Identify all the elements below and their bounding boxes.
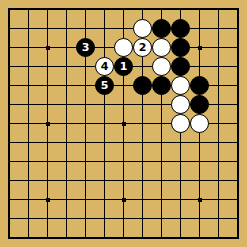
intersection-5-1[interactable] bbox=[95, 19, 114, 38]
intersection-1-10[interactable] bbox=[19, 190, 38, 209]
intersection-4-11[interactable] bbox=[76, 209, 95, 228]
intersection-12-12[interactable] bbox=[228, 228, 247, 247]
intersection-8-11[interactable] bbox=[152, 209, 171, 228]
star-point bbox=[46, 122, 50, 126]
intersection-11-3[interactable] bbox=[209, 57, 228, 76]
intersection-1-9[interactable] bbox=[19, 171, 38, 190]
intersection-1-6[interactable] bbox=[19, 114, 38, 133]
intersection-12-7[interactable] bbox=[228, 133, 247, 152]
intersection-1-4[interactable] bbox=[19, 76, 38, 95]
intersection-6-8[interactable] bbox=[114, 152, 133, 171]
intersection-9-2[interactable] bbox=[171, 38, 190, 57]
intersection-2-2[interactable] bbox=[38, 38, 57, 57]
black-stone bbox=[171, 19, 190, 38]
intersection-2-7[interactable] bbox=[38, 133, 57, 152]
white-stone bbox=[152, 57, 171, 76]
intersection-5-4[interactable]: 5 bbox=[95, 76, 114, 95]
white-stone bbox=[190, 114, 209, 133]
intersection-2-4[interactable] bbox=[38, 76, 57, 95]
intersection-9-10[interactable] bbox=[171, 190, 190, 209]
intersection-9-8[interactable] bbox=[171, 152, 190, 171]
intersection-5-6[interactable] bbox=[95, 114, 114, 133]
intersection-12-0[interactable] bbox=[228, 0, 247, 19]
intersection-9-11[interactable] bbox=[171, 209, 190, 228]
intersection-5-10[interactable] bbox=[95, 190, 114, 209]
intersection-12-2[interactable] bbox=[228, 38, 247, 57]
intersection-0-6[interactable] bbox=[0, 114, 19, 133]
intersection-6-3[interactable]: 1 bbox=[114, 57, 133, 76]
intersection-6-9[interactable] bbox=[114, 171, 133, 190]
intersection-11-9[interactable] bbox=[209, 171, 228, 190]
move-number-label: 5 bbox=[101, 80, 109, 91]
intersection-6-4[interactable] bbox=[114, 76, 133, 95]
intersection-1-3[interactable] bbox=[19, 57, 38, 76]
intersection-7-10[interactable] bbox=[133, 190, 152, 209]
white-stone: 2 bbox=[133, 38, 152, 57]
intersection-4-5[interactable] bbox=[76, 95, 95, 114]
intersection-9-9[interactable] bbox=[171, 171, 190, 190]
intersection-4-10[interactable] bbox=[76, 190, 95, 209]
intersection-1-5[interactable] bbox=[19, 95, 38, 114]
intersection-6-2[interactable] bbox=[114, 38, 133, 57]
black-stone bbox=[190, 95, 209, 114]
intersection-10-11[interactable] bbox=[190, 209, 209, 228]
intersection-1-11[interactable] bbox=[19, 209, 38, 228]
intersection-5-2[interactable] bbox=[95, 38, 114, 57]
intersection-5-5[interactable] bbox=[95, 95, 114, 114]
white-stone bbox=[171, 95, 190, 114]
intersection-6-0[interactable] bbox=[114, 0, 133, 19]
intersection-0-3[interactable] bbox=[0, 57, 19, 76]
intersection-10-5[interactable] bbox=[190, 95, 209, 114]
intersection-3-7[interactable] bbox=[57, 133, 76, 152]
intersection-4-4[interactable] bbox=[76, 76, 95, 95]
black-stone: 5 bbox=[95, 76, 114, 95]
white-stone bbox=[114, 38, 133, 57]
intersection-0-2[interactable] bbox=[0, 38, 19, 57]
intersection-10-6[interactable] bbox=[190, 114, 209, 133]
move-number-label: 4 bbox=[101, 61, 109, 72]
intersection-0-5[interactable] bbox=[0, 95, 19, 114]
black-stone: 1 bbox=[114, 57, 133, 76]
intersection-7-6[interactable] bbox=[133, 114, 152, 133]
intersection-1-7[interactable] bbox=[19, 133, 38, 152]
intersection-4-2[interactable]: 3 bbox=[76, 38, 95, 57]
intersection-10-1[interactable] bbox=[190, 19, 209, 38]
white-stone bbox=[133, 19, 152, 38]
intersection-4-7[interactable] bbox=[76, 133, 95, 152]
intersection-5-8[interactable] bbox=[95, 152, 114, 171]
intersection-7-1[interactable] bbox=[133, 19, 152, 38]
intersection-7-9[interactable] bbox=[133, 171, 152, 190]
intersection-3-9[interactable] bbox=[57, 171, 76, 190]
intersection-2-1[interactable] bbox=[38, 19, 57, 38]
star-point bbox=[122, 198, 126, 202]
intersection-0-8[interactable] bbox=[0, 152, 19, 171]
intersection-0-0[interactable] bbox=[0, 0, 19, 19]
intersection-3-4[interactable] bbox=[57, 76, 76, 95]
intersection-5-3[interactable]: 4 bbox=[95, 57, 114, 76]
intersection-7-3[interactable] bbox=[133, 57, 152, 76]
move-number-label: 2 bbox=[139, 42, 147, 53]
intersection-2-3[interactable] bbox=[38, 57, 57, 76]
intersection-9-1[interactable] bbox=[171, 19, 190, 38]
intersection-11-0[interactable] bbox=[209, 0, 228, 19]
intersection-6-5[interactable] bbox=[114, 95, 133, 114]
intersection-12-4[interactable] bbox=[228, 76, 247, 95]
intersection-10-10[interactable] bbox=[190, 190, 209, 209]
intersection-8-9[interactable] bbox=[152, 171, 171, 190]
intersection-0-4[interactable] bbox=[0, 76, 19, 95]
intersection-0-1[interactable] bbox=[0, 19, 19, 38]
intersection-5-11[interactable] bbox=[95, 209, 114, 228]
intersection-5-9[interactable] bbox=[95, 171, 114, 190]
go-diagram: 32415 bbox=[0, 0, 247, 247]
intersection-10-8[interactable] bbox=[190, 152, 209, 171]
intersection-8-12[interactable] bbox=[152, 228, 171, 247]
intersection-11-6[interactable] bbox=[209, 114, 228, 133]
move-number-label: 3 bbox=[82, 42, 90, 53]
intersection-8-7[interactable] bbox=[152, 133, 171, 152]
intersection-10-12[interactable] bbox=[190, 228, 209, 247]
intersection-8-6[interactable] bbox=[152, 114, 171, 133]
intersection-12-9[interactable] bbox=[228, 171, 247, 190]
intersection-2-0[interactable] bbox=[38, 0, 57, 19]
intersection-11-7[interactable] bbox=[209, 133, 228, 152]
intersection-9-7[interactable] bbox=[171, 133, 190, 152]
intersection-8-3[interactable] bbox=[152, 57, 171, 76]
intersection-1-1[interactable] bbox=[19, 19, 38, 38]
intersection-7-0[interactable] bbox=[133, 0, 152, 19]
intersection-0-12[interactable] bbox=[0, 228, 19, 247]
intersection-6-1[interactable] bbox=[114, 19, 133, 38]
intersection-12-11[interactable] bbox=[228, 209, 247, 228]
intersection-0-7[interactable] bbox=[0, 133, 19, 152]
intersection-7-8[interactable] bbox=[133, 152, 152, 171]
intersection-12-10[interactable] bbox=[228, 190, 247, 209]
intersection-8-4[interactable] bbox=[152, 76, 171, 95]
intersection-8-2[interactable] bbox=[152, 38, 171, 57]
intersection-7-7[interactable] bbox=[133, 133, 152, 152]
intersection-2-5[interactable] bbox=[38, 95, 57, 114]
intersection-3-10[interactable] bbox=[57, 190, 76, 209]
intersection-9-6[interactable] bbox=[171, 114, 190, 133]
intersection-0-9[interactable] bbox=[0, 171, 19, 190]
intersection-11-2[interactable] bbox=[209, 38, 228, 57]
black-stone bbox=[171, 57, 190, 76]
intersection-11-4[interactable] bbox=[209, 76, 228, 95]
intersection-7-11[interactable] bbox=[133, 209, 152, 228]
white-stone bbox=[152, 38, 171, 57]
intersection-4-12[interactable] bbox=[76, 228, 95, 247]
black-stone bbox=[171, 38, 190, 57]
intersection-10-0[interactable] bbox=[190, 0, 209, 19]
intersection-10-4[interactable] bbox=[190, 76, 209, 95]
intersection-4-1[interactable] bbox=[76, 19, 95, 38]
intersection-3-2[interactable] bbox=[57, 38, 76, 57]
intersection-5-12[interactable] bbox=[95, 228, 114, 247]
black-stone bbox=[152, 76, 171, 95]
intersection-12-8[interactable] bbox=[228, 152, 247, 171]
intersection-4-3[interactable] bbox=[76, 57, 95, 76]
intersection-9-0[interactable] bbox=[171, 0, 190, 19]
intersection-2-10[interactable] bbox=[38, 190, 57, 209]
intersection-5-7[interactable] bbox=[95, 133, 114, 152]
intersection-1-8[interactable] bbox=[19, 152, 38, 171]
star-point bbox=[46, 198, 50, 202]
intersection-11-8[interactable] bbox=[209, 152, 228, 171]
intersection-7-4[interactable] bbox=[133, 76, 152, 95]
intersection-8-8[interactable] bbox=[152, 152, 171, 171]
intersection-3-3[interactable] bbox=[57, 57, 76, 76]
intersection-12-6[interactable] bbox=[228, 114, 247, 133]
intersection-3-5[interactable] bbox=[57, 95, 76, 114]
intersection-12-5[interactable] bbox=[228, 95, 247, 114]
intersection-9-5[interactable] bbox=[171, 95, 190, 114]
intersection-10-3[interactable] bbox=[190, 57, 209, 76]
intersection-7-2[interactable]: 2 bbox=[133, 38, 152, 57]
white-stone bbox=[171, 76, 190, 95]
black-stone bbox=[152, 19, 171, 38]
intersection-2-12[interactable] bbox=[38, 228, 57, 247]
intersection-4-9[interactable] bbox=[76, 171, 95, 190]
intersection-9-4[interactable] bbox=[171, 76, 190, 95]
star-point bbox=[198, 198, 202, 202]
intersection-7-5[interactable] bbox=[133, 95, 152, 114]
intersection-11-12[interactable] bbox=[209, 228, 228, 247]
intersection-3-0[interactable] bbox=[57, 0, 76, 19]
intersection-9-3[interactable] bbox=[171, 57, 190, 76]
white-stone: 4 bbox=[95, 57, 114, 76]
intersection-4-6[interactable] bbox=[76, 114, 95, 133]
intersection-11-5[interactable] bbox=[209, 95, 228, 114]
white-stone bbox=[171, 114, 190, 133]
intersection-0-11[interactable] bbox=[0, 209, 19, 228]
intersection-8-5[interactable] bbox=[152, 95, 171, 114]
go-board: 32415 bbox=[0, 0, 247, 247]
intersection-11-1[interactable] bbox=[209, 19, 228, 38]
intersection-6-11[interactable] bbox=[114, 209, 133, 228]
black-stone bbox=[190, 76, 209, 95]
intersection-6-6[interactable] bbox=[114, 114, 133, 133]
intersection-9-12[interactable] bbox=[171, 228, 190, 247]
intersection-3-6[interactable] bbox=[57, 114, 76, 133]
intersection-6-10[interactable] bbox=[114, 190, 133, 209]
intersection-1-0[interactable] bbox=[19, 0, 38, 19]
intersection-4-8[interactable] bbox=[76, 152, 95, 171]
intersection-12-1[interactable] bbox=[228, 19, 247, 38]
intersection-3-8[interactable] bbox=[57, 152, 76, 171]
intersection-2-11[interactable] bbox=[38, 209, 57, 228]
intersection-2-9[interactable] bbox=[38, 171, 57, 190]
intersection-3-11[interactable] bbox=[57, 209, 76, 228]
intersection-5-0[interactable] bbox=[95, 0, 114, 19]
star-point bbox=[46, 46, 50, 50]
intersection-1-2[interactable] bbox=[19, 38, 38, 57]
black-stone bbox=[133, 76, 152, 95]
intersection-8-0[interactable] bbox=[152, 0, 171, 19]
black-stone: 3 bbox=[76, 38, 95, 57]
intersection-10-9[interactable] bbox=[190, 171, 209, 190]
move-number-label: 1 bbox=[120, 61, 128, 72]
intersection-8-1[interactable] bbox=[152, 19, 171, 38]
intersection-1-12[interactable] bbox=[19, 228, 38, 247]
intersection-7-12[interactable] bbox=[133, 228, 152, 247]
intersection-11-11[interactable] bbox=[209, 209, 228, 228]
intersection-10-7[interactable] bbox=[190, 133, 209, 152]
intersection-2-8[interactable] bbox=[38, 152, 57, 171]
intersection-3-12[interactable] bbox=[57, 228, 76, 247]
intersection-3-1[interactable] bbox=[57, 19, 76, 38]
intersection-8-10[interactable] bbox=[152, 190, 171, 209]
intersection-10-2[interactable] bbox=[190, 38, 209, 57]
star-point bbox=[122, 122, 126, 126]
intersection-4-0[interactable] bbox=[76, 0, 95, 19]
star-point bbox=[198, 46, 202, 50]
intersection-11-10[interactable] bbox=[209, 190, 228, 209]
intersection-2-6[interactable] bbox=[38, 114, 57, 133]
intersection-6-12[interactable] bbox=[114, 228, 133, 247]
intersection-12-3[interactable] bbox=[228, 57, 247, 76]
intersection-0-10[interactable] bbox=[0, 190, 19, 209]
intersection-6-7[interactable] bbox=[114, 133, 133, 152]
